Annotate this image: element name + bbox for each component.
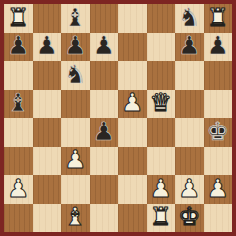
piece-black-bishop-c8[interactable]: ♝: [64, 5, 86, 30]
square-c3[interactable]: ♟: [61, 147, 90, 176]
piece-white-pawn-h2[interactable]: ♟: [207, 176, 229, 201]
piece-white-pawn-g2[interactable]: ♟: [178, 176, 200, 201]
piece-black-knight-c6[interactable]: ♞: [64, 62, 86, 87]
square-d6[interactable]: [90, 61, 119, 90]
square-d2[interactable]: [90, 175, 119, 204]
square-f8[interactable]: [147, 4, 176, 33]
square-d5[interactable]: [90, 90, 119, 119]
square-f2[interactable]: ♟: [147, 175, 176, 204]
square-f5[interactable]: ♛: [147, 90, 176, 119]
square-c5[interactable]: [61, 90, 90, 119]
chess-board: ♜♝♞♜♟♟♟♟♟♟♞♝♟♛♟♚♟♟♟♟♟♝♜♚: [0, 0, 236, 236]
square-c7[interactable]: ♟: [61, 33, 90, 62]
square-e2[interactable]: [118, 175, 147, 204]
square-c6[interactable]: ♞: [61, 61, 90, 90]
square-f6[interactable]: [147, 61, 176, 90]
square-d4[interactable]: ♟: [90, 118, 119, 147]
piece-white-king-g1[interactable]: ♚: [178, 204, 200, 229]
square-a6[interactable]: [4, 61, 33, 90]
square-b2[interactable]: [33, 175, 62, 204]
square-c2[interactable]: [61, 175, 90, 204]
square-c1[interactable]: ♝: [61, 204, 90, 233]
piece-black-king-h4[interactable]: ♚: [207, 119, 229, 144]
square-b8[interactable]: [33, 4, 62, 33]
square-e1[interactable]: [118, 204, 147, 233]
square-d1[interactable]: [90, 204, 119, 233]
square-a8[interactable]: ♜: [4, 4, 33, 33]
square-e7[interactable]: [118, 33, 147, 62]
square-h7[interactable]: ♟: [204, 33, 233, 62]
square-e6[interactable]: [118, 61, 147, 90]
square-f7[interactable]: [147, 33, 176, 62]
square-g8[interactable]: ♞: [175, 4, 204, 33]
piece-black-pawn-a7[interactable]: ♟: [7, 33, 29, 58]
square-e8[interactable]: [118, 4, 147, 33]
square-a7[interactable]: ♟: [4, 33, 33, 62]
square-e3[interactable]: [118, 147, 147, 176]
square-b7[interactable]: ♟: [33, 33, 62, 62]
square-h1[interactable]: [204, 204, 233, 233]
square-b4[interactable]: [33, 118, 62, 147]
square-d8[interactable]: [90, 4, 119, 33]
piece-white-bishop-c1[interactable]: ♝: [64, 204, 86, 229]
square-d3[interactable]: [90, 147, 119, 176]
piece-white-pawn-a2[interactable]: ♟: [7, 176, 29, 201]
square-f1[interactable]: ♜: [147, 204, 176, 233]
square-a3[interactable]: [4, 147, 33, 176]
piece-black-pawn-b7[interactable]: ♟: [36, 33, 58, 58]
square-a1[interactable]: [4, 204, 33, 233]
piece-black-knight-g8[interactable]: ♞: [178, 5, 200, 30]
piece-white-rook-h8[interactable]: ♜: [207, 5, 229, 30]
square-e4[interactable]: [118, 118, 147, 147]
board-grid: ♜♝♞♜♟♟♟♟♟♟♞♝♟♛♟♚♟♟♟♟♟♝♜♚: [4, 4, 232, 232]
square-f4[interactable]: [147, 118, 176, 147]
square-h2[interactable]: ♟: [204, 175, 233, 204]
square-g7[interactable]: ♟: [175, 33, 204, 62]
square-h8[interactable]: ♜: [204, 4, 233, 33]
square-b5[interactable]: [33, 90, 62, 119]
piece-black-pawn-g7[interactable]: ♟: [178, 33, 200, 58]
square-b3[interactable]: [33, 147, 62, 176]
square-d7[interactable]: ♟: [90, 33, 119, 62]
piece-white-queen-f5[interactable]: ♛: [150, 90, 172, 115]
square-g6[interactable]: [175, 61, 204, 90]
square-g2[interactable]: ♟: [175, 175, 204, 204]
square-a4[interactable]: [4, 118, 33, 147]
square-g3[interactable]: [175, 147, 204, 176]
square-a5[interactable]: ♝: [4, 90, 33, 119]
square-b1[interactable]: [33, 204, 62, 233]
square-e5[interactable]: ♟: [118, 90, 147, 119]
square-c8[interactable]: ♝: [61, 4, 90, 33]
square-h3[interactable]: [204, 147, 233, 176]
square-h4[interactable]: ♚: [204, 118, 233, 147]
piece-white-rook-f1[interactable]: ♜: [150, 204, 172, 229]
square-h6[interactable]: [204, 61, 233, 90]
piece-white-pawn-e5[interactable]: ♟: [121, 90, 143, 115]
square-c4[interactable]: [61, 118, 90, 147]
piece-white-rook-a8[interactable]: ♜: [7, 5, 29, 30]
square-b6[interactable]: [33, 61, 62, 90]
piece-white-pawn-c3[interactable]: ♟: [64, 147, 86, 172]
square-g1[interactable]: ♚: [175, 204, 204, 233]
piece-white-pawn-f2[interactable]: ♟: [150, 176, 172, 201]
square-g4[interactable]: [175, 118, 204, 147]
square-h5[interactable]: [204, 90, 233, 119]
piece-black-bishop-a5[interactable]: ♝: [7, 90, 29, 115]
square-f3[interactable]: [147, 147, 176, 176]
piece-black-pawn-c7[interactable]: ♟: [64, 33, 86, 58]
piece-black-pawn-d4[interactable]: ♟: [93, 119, 115, 144]
square-a2[interactable]: ♟: [4, 175, 33, 204]
piece-black-pawn-d7[interactable]: ♟: [93, 33, 115, 58]
square-g5[interactable]: [175, 90, 204, 119]
piece-black-pawn-h7[interactable]: ♟: [207, 33, 229, 58]
